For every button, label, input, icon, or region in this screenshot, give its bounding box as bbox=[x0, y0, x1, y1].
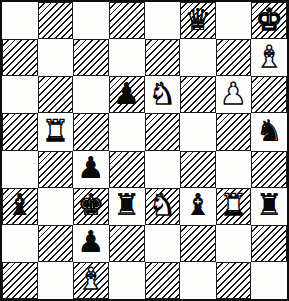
square-a3: ♝ bbox=[2, 188, 38, 225]
square-h1 bbox=[251, 262, 287, 299]
square-h5: ♞ bbox=[251, 113, 287, 150]
square-d6: ♟ bbox=[109, 76, 145, 113]
square-h3: ♜ bbox=[251, 188, 287, 225]
white-rook: ♜ bbox=[42, 116, 69, 146]
square-a6 bbox=[2, 76, 38, 113]
black-rook: ♜ bbox=[256, 190, 283, 220]
square-g8 bbox=[216, 2, 252, 39]
black-pawn: ♟ bbox=[113, 79, 140, 109]
square-a1 bbox=[2, 262, 38, 299]
square-d2 bbox=[109, 225, 145, 262]
white-king: ♚ bbox=[256, 5, 283, 35]
square-a7 bbox=[2, 39, 38, 76]
square-b1 bbox=[38, 262, 74, 299]
white-knight: ♞ bbox=[149, 79, 176, 109]
chess-board-grid: ♛♚♝♟♞♟♜♞♟♝♚♜♞♝♜♜♟♝ bbox=[2, 2, 287, 299]
black-pawn: ♟ bbox=[78, 153, 105, 183]
white-knight: ♞ bbox=[149, 190, 176, 220]
square-f4 bbox=[180, 151, 216, 188]
square-h8: ♚ bbox=[251, 2, 287, 39]
black-rook: ♜ bbox=[113, 190, 140, 220]
square-c3: ♚ bbox=[73, 188, 109, 225]
black-bishop: ♝ bbox=[184, 190, 211, 220]
square-b8 bbox=[38, 2, 74, 39]
square-a4 bbox=[2, 151, 38, 188]
square-d1 bbox=[109, 262, 145, 299]
white-bishop: ♝ bbox=[78, 264, 105, 294]
square-h2 bbox=[251, 225, 287, 262]
black-knight: ♞ bbox=[256, 116, 283, 146]
square-b5: ♜ bbox=[38, 113, 74, 150]
black-queen: ♛ bbox=[184, 5, 211, 35]
square-c4: ♟ bbox=[73, 151, 109, 188]
square-d4 bbox=[109, 151, 145, 188]
square-g5 bbox=[216, 113, 252, 150]
white-pawn: ♟ bbox=[220, 79, 247, 109]
black-pawn: ♟ bbox=[78, 227, 105, 257]
square-e1 bbox=[145, 262, 181, 299]
square-f2 bbox=[180, 225, 216, 262]
square-f3: ♝ bbox=[180, 188, 216, 225]
square-e3: ♞ bbox=[145, 188, 181, 225]
square-c5 bbox=[73, 113, 109, 150]
square-d5 bbox=[109, 113, 145, 150]
square-e8 bbox=[145, 2, 181, 39]
square-c1: ♝ bbox=[73, 262, 109, 299]
square-c6 bbox=[73, 76, 109, 113]
square-b4 bbox=[38, 151, 74, 188]
square-g6: ♟ bbox=[216, 76, 252, 113]
square-e4 bbox=[145, 151, 181, 188]
square-b6 bbox=[38, 76, 74, 113]
square-h7: ♝ bbox=[251, 39, 287, 76]
square-a2 bbox=[2, 225, 38, 262]
square-b2 bbox=[38, 225, 74, 262]
square-g4 bbox=[216, 151, 252, 188]
square-c2: ♟ bbox=[73, 225, 109, 262]
square-d8 bbox=[109, 2, 145, 39]
square-a5 bbox=[2, 113, 38, 150]
white-rook: ♜ bbox=[220, 190, 247, 220]
square-c8 bbox=[73, 2, 109, 39]
square-e6: ♞ bbox=[145, 76, 181, 113]
square-f6 bbox=[180, 76, 216, 113]
square-e7 bbox=[145, 39, 181, 76]
square-e2 bbox=[145, 225, 181, 262]
black-bishop: ♝ bbox=[6, 190, 33, 220]
square-e5 bbox=[145, 113, 181, 150]
black-king: ♚ bbox=[78, 190, 105, 220]
square-g2 bbox=[216, 225, 252, 262]
square-f8: ♛ bbox=[180, 2, 216, 39]
square-a8 bbox=[2, 2, 38, 39]
square-h6 bbox=[251, 76, 287, 113]
square-f5 bbox=[180, 113, 216, 150]
white-bishop: ♝ bbox=[256, 42, 283, 72]
square-d7 bbox=[109, 39, 145, 76]
square-f7 bbox=[180, 39, 216, 76]
square-d3: ♜ bbox=[109, 188, 145, 225]
square-g7 bbox=[216, 39, 252, 76]
square-f1 bbox=[180, 262, 216, 299]
square-g3: ♜ bbox=[216, 188, 252, 225]
square-h4 bbox=[251, 151, 287, 188]
square-c7 bbox=[73, 39, 109, 76]
square-b3 bbox=[38, 188, 74, 225]
chess-board: ♛♚♝♟♞♟♜♞♟♝♚♜♞♝♜♜♟♝ bbox=[0, 0, 289, 301]
square-g1 bbox=[216, 262, 252, 299]
square-b7 bbox=[38, 39, 74, 76]
